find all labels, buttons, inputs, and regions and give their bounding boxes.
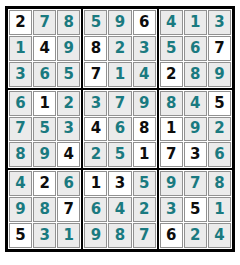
cell-r2c8[interactable]: 6	[184, 36, 207, 61]
cell-r3c5[interactable]: 1	[108, 62, 131, 87]
cell-r5c6[interactable]: 8	[133, 117, 156, 142]
cell-r7c5[interactable]: 3	[108, 171, 131, 196]
cell-r5c1[interactable]: 7	[9, 117, 32, 142]
cell-r3c1[interactable]: 3	[9, 62, 32, 87]
sudoku-page: 2781493655968237144135672896127538943794…	[0, 0, 240, 265]
cell-r4c2[interactable]: 1	[33, 91, 56, 116]
cell-r9c2[interactable]: 3	[33, 223, 56, 248]
cell-r2c7[interactable]: 5	[160, 36, 183, 61]
cell-r6c8[interactable]: 3	[184, 142, 207, 167]
cell-r6c1[interactable]: 8	[9, 142, 32, 167]
box-7: 426987531	[8, 170, 81, 249]
cell-r7c4[interactable]: 1	[84, 171, 107, 196]
cell-r7c8[interactable]: 7	[184, 171, 207, 196]
cell-r1c1[interactable]: 2	[9, 10, 32, 35]
cell-r9c6[interactable]: 7	[133, 223, 156, 248]
cell-r4c5[interactable]: 7	[108, 91, 131, 116]
cell-r6c7[interactable]: 7	[160, 142, 183, 167]
cell-r4c4[interactable]: 3	[84, 91, 107, 116]
cell-r1c3[interactable]: 8	[57, 10, 80, 35]
cell-r3c6[interactable]: 4	[133, 62, 156, 87]
box-2: 596823714	[83, 9, 156, 88]
cell-r8c6[interactable]: 2	[133, 197, 156, 222]
cell-r7c3[interactable]: 6	[57, 171, 80, 196]
cell-r5c2[interactable]: 5	[33, 117, 56, 142]
cell-r7c9[interactable]: 8	[208, 171, 231, 196]
cell-r9c8[interactable]: 2	[184, 223, 207, 248]
cell-r1c7[interactable]: 4	[160, 10, 183, 35]
cell-r8c9[interactable]: 1	[208, 197, 231, 222]
box-1: 278149365	[8, 9, 81, 88]
cell-r6c3[interactable]: 4	[57, 142, 80, 167]
cell-r9c7[interactable]: 6	[160, 223, 183, 248]
cell-r8c5[interactable]: 4	[108, 197, 131, 222]
cell-r2c3[interactable]: 9	[57, 36, 80, 61]
cell-r9c9[interactable]: 4	[208, 223, 231, 248]
cell-r6c4[interactable]: 2	[84, 142, 107, 167]
cell-r1c2[interactable]: 7	[33, 10, 56, 35]
cell-r1c4[interactable]: 5	[84, 10, 107, 35]
cell-r9c1[interactable]: 5	[9, 223, 32, 248]
cell-r8c7[interactable]: 3	[160, 197, 183, 222]
cell-r8c4[interactable]: 6	[84, 197, 107, 222]
cell-r3c4[interactable]: 7	[84, 62, 107, 87]
box-4: 612753894	[8, 90, 81, 169]
cell-r8c1[interactable]: 9	[9, 197, 32, 222]
cell-r1c9[interactable]: 3	[208, 10, 231, 35]
cell-r7c7[interactable]: 9	[160, 171, 183, 196]
cell-r8c8[interactable]: 5	[184, 197, 207, 222]
cell-r3c2[interactable]: 6	[33, 62, 56, 87]
box-8: 135642987	[83, 170, 156, 249]
cell-r8c2[interactable]: 8	[33, 197, 56, 222]
cell-r8c3[interactable]: 7	[57, 197, 80, 222]
cell-r4c6[interactable]: 9	[133, 91, 156, 116]
cell-r3c3[interactable]: 5	[57, 62, 80, 87]
box-5: 379468251	[83, 90, 156, 169]
cell-r1c5[interactable]: 9	[108, 10, 131, 35]
cell-r5c9[interactable]: 2	[208, 117, 231, 142]
cell-r9c4[interactable]: 9	[84, 223, 107, 248]
cell-r6c9[interactable]: 6	[208, 142, 231, 167]
cell-r7c2[interactable]: 2	[33, 171, 56, 196]
cell-r6c5[interactable]: 5	[108, 142, 131, 167]
cell-r5c7[interactable]: 1	[160, 117, 183, 142]
cell-r3c8[interactable]: 8	[184, 62, 207, 87]
cell-r5c8[interactable]: 9	[184, 117, 207, 142]
cell-r2c9[interactable]: 7	[208, 36, 231, 61]
cell-r2c1[interactable]: 1	[9, 36, 32, 61]
cell-r4c1[interactable]: 6	[9, 91, 32, 116]
box-3: 413567289	[159, 9, 232, 88]
cell-r4c7[interactable]: 8	[160, 91, 183, 116]
cell-r6c2[interactable]: 9	[33, 142, 56, 167]
cell-r7c1[interactable]: 4	[9, 171, 32, 196]
cell-r7c6[interactable]: 5	[133, 171, 156, 196]
cell-r5c3[interactable]: 3	[57, 117, 80, 142]
box-9: 978351624	[159, 170, 232, 249]
cell-r1c6[interactable]: 6	[133, 10, 156, 35]
cell-r4c8[interactable]: 4	[184, 91, 207, 116]
cell-r9c3[interactable]: 1	[57, 223, 80, 248]
cell-r3c7[interactable]: 2	[160, 62, 183, 87]
cell-r2c5[interactable]: 2	[108, 36, 131, 61]
cell-r3c9[interactable]: 9	[208, 62, 231, 87]
cell-r1c8[interactable]: 1	[184, 10, 207, 35]
cell-r5c5[interactable]: 6	[108, 117, 131, 142]
cell-r2c2[interactable]: 4	[33, 36, 56, 61]
cell-r6c6[interactable]: 1	[133, 142, 156, 167]
sudoku-board: 2781493655968237144135672896127538943794…	[5, 6, 235, 252]
box-6: 845192736	[159, 90, 232, 169]
cell-r5c4[interactable]: 4	[84, 117, 107, 142]
cell-r4c3[interactable]: 2	[57, 91, 80, 116]
cell-r2c4[interactable]: 8	[84, 36, 107, 61]
cell-r4c9[interactable]: 5	[208, 91, 231, 116]
cell-r9c5[interactable]: 8	[108, 223, 131, 248]
cell-r2c6[interactable]: 3	[133, 36, 156, 61]
